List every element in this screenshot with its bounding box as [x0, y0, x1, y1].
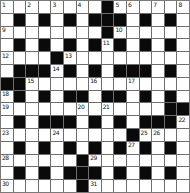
cell-r1c7[interactable]: 4 — [77, 1, 89, 13]
cell-r7c9[interactable] — [102, 78, 114, 90]
cell-r11c9[interactable] — [102, 129, 114, 141]
block-cell-r5c5 — [51, 52, 63, 64]
cell-r5c7[interactable] — [77, 52, 89, 64]
clue-number: 21 — [103, 103, 110, 110]
cell-r13c3[interactable] — [26, 155, 38, 167]
block-cell-r1c9 — [102, 1, 114, 13]
clue-number: 22 — [178, 116, 185, 123]
clue-number: 31 — [90, 180, 97, 187]
block-cell-r8c6 — [64, 91, 76, 103]
block-cell-r12c12 — [140, 142, 152, 154]
block-cell-r13c7 — [77, 155, 89, 167]
block-cell-r6c11 — [127, 65, 139, 77]
cell-r12c13[interactable] — [152, 142, 164, 154]
cell-r8c15[interactable] — [177, 91, 189, 103]
cell-r7c3[interactable]: 15 — [26, 78, 38, 90]
cell-r15c8[interactable]: 31 — [89, 180, 101, 192]
cell-r7c8[interactable]: 16 — [89, 78, 101, 90]
cell-r1c10[interactable]: 5 — [114, 1, 126, 13]
clue-number: 10 — [115, 26, 122, 33]
block-cell-r12c6 — [64, 142, 76, 154]
cell-r10c3[interactable] — [26, 116, 38, 128]
cell-r3c7[interactable] — [77, 27, 89, 39]
cell-r14c5[interactable] — [51, 167, 63, 179]
cell-r1c5[interactable]: 3 — [51, 1, 63, 13]
cell-r2c7[interactable] — [77, 14, 89, 26]
cell-r13c12[interactable] — [140, 155, 152, 167]
cell-r4c15[interactable] — [177, 39, 189, 51]
block-cell-r10c2 — [14, 116, 26, 128]
cell-r15c12[interactable] — [140, 180, 152, 192]
cell-r14c9[interactable] — [102, 167, 114, 179]
cell-r12c1[interactable] — [1, 142, 13, 154]
block-cell-r10c4 — [39, 116, 51, 128]
cell-r2c11[interactable] — [127, 14, 139, 26]
cell-r11c15[interactable] — [177, 129, 189, 141]
cell-r11c8[interactable] — [89, 129, 101, 141]
cell-r4c7[interactable] — [77, 39, 89, 51]
cell-r11c4[interactable] — [39, 129, 51, 141]
clue-number: 16 — [90, 77, 97, 84]
block-cell-r4c14 — [165, 39, 177, 51]
block-cell-r8c10 — [114, 91, 126, 103]
cell-r11c1[interactable]: 23 — [1, 129, 13, 141]
cell-r4c5[interactable] — [51, 39, 63, 51]
clue-number: 28 — [2, 154, 9, 161]
block-cell-r2c6 — [64, 14, 76, 26]
cell-r3c6[interactable] — [64, 27, 76, 39]
cell-r9c13[interactable] — [152, 103, 164, 115]
cell-r15c15[interactable] — [177, 180, 189, 192]
clue-number: 23 — [2, 129, 9, 136]
cell-r6c15[interactable] — [177, 65, 189, 77]
cell-r15c2[interactable] — [14, 180, 26, 192]
cell-r6c1[interactable] — [1, 65, 13, 77]
clue-number: 2 — [27, 1, 30, 8]
cell-r7c11[interactable]: 17 — [127, 78, 139, 90]
cell-r6c13[interactable] — [152, 65, 164, 77]
clue-number: 9 — [2, 26, 5, 33]
cell-r11c3[interactable] — [26, 129, 38, 141]
cell-r11c12[interactable]: 25 — [140, 129, 152, 141]
cell-r9c8[interactable] — [89, 103, 101, 115]
cell-r4c1[interactable] — [1, 39, 13, 51]
block-cell-r12c10 — [114, 142, 126, 154]
cell-r13c14[interactable] — [165, 155, 177, 167]
cell-r8c5[interactable] — [51, 91, 63, 103]
block-cell-r10c13 — [152, 116, 164, 128]
cell-r1c1[interactable]: 1 — [1, 1, 13, 13]
cell-r8c11[interactable] — [127, 91, 139, 103]
clue-number: 15 — [27, 77, 34, 84]
cell-r6c5[interactable]: 14 — [51, 65, 63, 77]
cell-r11c2[interactable] — [14, 129, 26, 141]
cell-r3c5[interactable] — [51, 27, 63, 39]
cell-r13c1[interactable]: 28 — [1, 155, 13, 167]
cell-r10c9[interactable] — [102, 116, 114, 128]
cell-r15c9[interactable] — [102, 180, 114, 192]
clue-number: 11 — [103, 39, 110, 46]
clue-number: 8 — [178, 1, 181, 8]
block-cell-r4c6 — [64, 39, 76, 51]
cell-r10c1[interactable] — [1, 116, 13, 128]
block-cell-r4c2 — [14, 39, 26, 51]
block-cell-r8c2 — [14, 91, 26, 103]
block-cell-r7c1 — [1, 78, 13, 90]
cell-r14c15[interactable] — [177, 167, 189, 179]
cell-r12c3[interactable] — [26, 142, 38, 154]
cell-r7c7[interactable] — [77, 78, 89, 90]
cell-r1c12[interactable] — [140, 1, 152, 13]
cell-r7c6[interactable] — [64, 78, 76, 90]
cell-r13c11[interactable] — [127, 155, 139, 167]
cell-r15c10[interactable] — [114, 180, 126, 192]
cell-r2c5[interactable] — [51, 14, 63, 26]
cell-r3c15[interactable] — [177, 27, 189, 39]
block-cell-r3c9 — [102, 27, 114, 39]
block-cell-r6c4 — [39, 65, 51, 77]
cell-r3c2[interactable] — [14, 27, 26, 39]
cell-r9c5[interactable] — [51, 103, 63, 115]
cell-r1c11[interactable]: 6 — [127, 1, 139, 13]
clue-number: 24 — [52, 129, 59, 136]
cell-r13c9[interactable] — [102, 155, 114, 167]
cell-r3c1[interactable]: 9 — [1, 27, 13, 39]
cell-r9c9[interactable]: 21 — [102, 103, 114, 115]
block-cell-r12c14 — [165, 142, 177, 154]
cell-r5c2[interactable] — [14, 52, 26, 64]
clue-number: 29 — [90, 154, 97, 161]
cell-r12c15[interactable] — [177, 142, 189, 154]
cell-r12c5[interactable] — [51, 142, 63, 154]
block-cell-r12c2 — [14, 142, 26, 154]
cell-r5c10[interactable] — [114, 52, 126, 64]
cell-r11c14[interactable] — [165, 129, 177, 141]
cell-r1c15[interactable]: 8 — [177, 1, 189, 13]
block-cell-r14c2 — [14, 167, 26, 179]
cell-r2c15[interactable] — [177, 14, 189, 26]
cell-r5c14[interactable] — [165, 52, 177, 64]
cell-r13c6[interactable] — [64, 155, 76, 167]
block-cell-r6c12 — [140, 65, 152, 77]
cell-r13c5[interactable] — [51, 155, 63, 167]
cell-r12c11[interactable]: 27 — [127, 142, 139, 154]
cell-r7c13[interactable] — [152, 78, 164, 90]
clue-number: 30 — [2, 180, 9, 187]
cell-r14c11[interactable] — [127, 167, 139, 179]
cell-r11c6[interactable] — [64, 129, 76, 141]
cell-r5c6[interactable]: 13 — [64, 52, 76, 64]
block-cell-r8c14 — [165, 91, 177, 103]
block-cell-r8c7 — [77, 91, 89, 103]
cell-r7c5[interactable] — [51, 78, 63, 90]
cell-r9c1[interactable]: 19 — [1, 103, 13, 115]
clue-number: 17 — [128, 77, 135, 84]
cell-r6c7[interactable] — [77, 65, 89, 77]
clue-number: 1 — [2, 1, 5, 8]
cell-r1c6[interactable] — [64, 1, 76, 13]
cell-r9c2[interactable] — [14, 103, 26, 115]
block-cell-r6c2 — [14, 65, 26, 77]
cell-r7c10[interactable] — [114, 78, 126, 90]
cell-r13c15[interactable] — [177, 155, 189, 167]
cell-r13c2[interactable] — [14, 155, 26, 167]
cell-r9c3[interactable] — [26, 103, 38, 115]
block-cell-r4c8 — [89, 39, 101, 51]
cell-r3c3[interactable] — [26, 27, 38, 39]
cell-r3c11[interactable] — [127, 27, 139, 39]
cell-r10c7[interactable] — [77, 116, 89, 128]
cell-r3c13[interactable] — [152, 27, 164, 39]
block-cell-r2c14 — [165, 14, 177, 26]
clue-number: 20 — [78, 103, 85, 110]
cell-r5c11[interactable] — [127, 52, 139, 64]
cell-r1c2[interactable] — [14, 1, 26, 13]
cell-r5c3[interactable] — [26, 52, 38, 64]
cell-r9c6[interactable] — [64, 103, 76, 115]
cell-r15c11[interactable] — [127, 180, 139, 192]
cell-r13c10[interactable] — [114, 155, 126, 167]
cell-r3c8[interactable] — [89, 27, 101, 39]
cell-r7c12[interactable] — [140, 78, 152, 90]
block-cell-r2c9 — [102, 14, 114, 26]
cell-r14c1[interactable] — [1, 167, 13, 179]
block-cell-r14c10 — [114, 167, 126, 179]
cell-r2c1[interactable] — [1, 14, 13, 26]
cell-r8c3[interactable] — [26, 91, 38, 103]
cell-r5c4[interactable] — [39, 52, 51, 64]
clue-number: 25 — [141, 129, 148, 136]
clue-number: 6 — [128, 1, 131, 8]
block-cell-r4c12 — [140, 39, 152, 51]
block-cell-r10c12 — [140, 116, 152, 128]
block-cell-r2c12 — [140, 14, 152, 26]
block-cell-r4c10 — [114, 39, 126, 51]
cell-r8c1[interactable]: 18 — [1, 91, 13, 103]
cell-r5c13[interactable] — [152, 52, 164, 64]
block-cell-r10c6 — [64, 116, 76, 128]
cell-r8c13[interactable] — [152, 91, 164, 103]
block-cell-r10c5 — [51, 116, 63, 128]
block-cell-r14c12 — [140, 167, 152, 179]
cell-r13c4[interactable] — [39, 155, 51, 167]
cell-r3c10[interactable]: 10 — [114, 27, 126, 39]
cell-r1c13[interactable]: 7 — [152, 1, 164, 13]
cell-r5c12[interactable] — [140, 52, 152, 64]
cell-r5c9[interactable] — [102, 52, 114, 64]
block-cell-r12c4 — [39, 142, 51, 154]
block-cell-r2c8 — [89, 14, 101, 26]
cell-r1c3[interactable]: 2 — [26, 1, 38, 13]
cell-r5c8[interactable] — [89, 52, 101, 64]
clue-number: 19 — [2, 103, 9, 110]
cell-r6c9[interactable] — [102, 65, 114, 77]
block-cell-r14c7 — [77, 167, 89, 179]
clue-number: 18 — [2, 90, 9, 97]
clue-number: 13 — [65, 52, 72, 59]
block-cell-r10c14 — [165, 116, 177, 128]
cell-r4c13[interactable] — [152, 39, 164, 51]
cell-r1c14[interactable] — [165, 1, 177, 13]
cell-r2c13[interactable] — [152, 14, 164, 26]
clue-number: 26 — [153, 129, 160, 136]
block-cell-r2c4 — [39, 14, 51, 26]
block-cell-r2c10 — [114, 14, 126, 26]
cell-r9c7[interactable]: 20 — [77, 103, 89, 115]
block-cell-r9c14 — [165, 103, 177, 115]
block-cell-r6c6 — [64, 65, 76, 77]
cell-r4c9[interactable]: 11 — [102, 39, 114, 51]
block-cell-r14c14 — [165, 167, 177, 179]
cell-r7c14[interactable] — [165, 78, 177, 90]
cell-r7c15[interactable] — [177, 78, 189, 90]
cell-r4c3[interactable] — [26, 39, 38, 51]
cell-r15c6[interactable] — [64, 180, 76, 192]
block-cell-r12c8 — [89, 142, 101, 154]
cell-r8c8[interactable] — [89, 91, 101, 103]
cell-r15c4[interactable] — [39, 180, 51, 192]
block-cell-r10c10 — [114, 116, 126, 128]
clue-number: 14 — [52, 65, 59, 72]
cell-r1c8[interactable] — [89, 1, 101, 13]
cell-r15c13[interactable] — [152, 180, 164, 192]
cell-r15c1[interactable]: 30 — [1, 180, 13, 192]
cell-r14c13[interactable] — [152, 167, 164, 179]
cell-r7c4[interactable] — [39, 78, 51, 90]
clue-number: 12 — [2, 52, 9, 59]
cell-r5c1[interactable]: 12 — [1, 52, 13, 64]
clue-number: 3 — [52, 1, 55, 8]
block-cell-r14c4 — [39, 167, 51, 179]
block-cell-r9c15 — [177, 103, 189, 115]
cell-r11c10[interactable] — [114, 129, 126, 141]
block-cell-r6c10 — [114, 65, 126, 77]
cell-r15c3[interactable] — [26, 180, 38, 192]
block-cell-r10c8 — [89, 116, 101, 128]
block-cell-r6c14 — [165, 65, 177, 77]
cell-r3c14[interactable] — [165, 27, 177, 39]
clue-number: 7 — [153, 1, 156, 8]
cell-r3c4[interactable] — [39, 27, 51, 39]
block-cell-r6c8 — [89, 65, 101, 77]
block-cell-r11c11 — [127, 129, 139, 141]
block-cell-r8c12 — [140, 91, 152, 103]
cell-r3c12[interactable] — [140, 27, 152, 39]
block-cell-r8c9 — [102, 91, 114, 103]
block-cell-r4c4 — [39, 39, 51, 51]
cell-r13c13[interactable] — [152, 155, 164, 167]
clue-number: 27 — [128, 141, 135, 148]
cell-r9c4[interactable] — [39, 103, 51, 115]
crossword-grid: 1234567891011121314151617181920212223242… — [0, 0, 190, 193]
block-cell-r8c4 — [39, 91, 51, 103]
cell-r12c9[interactable] — [102, 142, 114, 154]
block-cell-r15c7 — [77, 180, 89, 192]
cell-r15c5[interactable] — [51, 180, 63, 192]
cell-r11c13[interactable]: 26 — [152, 129, 164, 141]
block-cell-r6c3 — [26, 65, 38, 77]
clue-number: 5 — [115, 1, 118, 8]
cell-r5c15[interactable] — [177, 52, 189, 64]
cell-r14c3[interactable] — [26, 167, 38, 179]
cell-r9c11[interactable] — [127, 103, 139, 115]
cell-r11c7[interactable] — [77, 129, 89, 141]
cell-r9c10[interactable] — [114, 103, 126, 115]
cell-r9c12[interactable] — [140, 103, 152, 115]
cell-r4c11[interactable] — [127, 39, 139, 51]
block-cell-r2c2 — [14, 14, 26, 26]
cell-r10c11[interactable] — [127, 116, 139, 128]
cell-r11c5[interactable]: 24 — [51, 129, 63, 141]
cell-r13c8[interactable]: 29 — [89, 155, 101, 167]
cell-r12c7[interactable] — [77, 142, 89, 154]
block-cell-r7c2 — [14, 78, 26, 90]
clue-number: 4 — [78, 1, 81, 8]
block-cell-r14c8 — [89, 167, 101, 179]
cell-r15c14[interactable] — [165, 180, 177, 192]
cell-r1c4[interactable] — [39, 1, 51, 13]
cell-r10c15[interactable]: 22 — [177, 116, 189, 128]
block-cell-r14c6 — [64, 167, 76, 179]
cell-r2c3[interactable] — [26, 14, 38, 26]
